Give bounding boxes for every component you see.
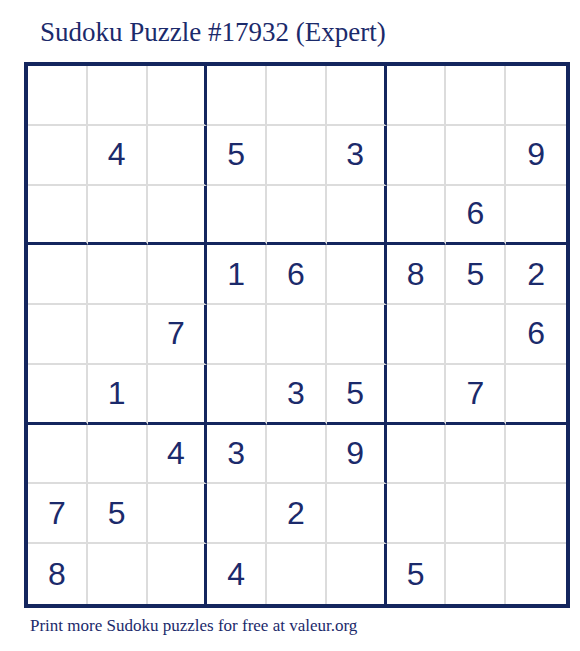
cell-r3c3[interactable]	[148, 186, 208, 246]
cell-r1c7[interactable]	[387, 66, 447, 126]
cell-r3c1[interactable]	[28, 186, 88, 246]
cell-r3c2[interactable]	[88, 186, 148, 246]
cell-r8c5[interactable]: 2	[267, 484, 327, 544]
cell-r1c5[interactable]	[267, 66, 327, 126]
cell-r5c5[interactable]	[267, 305, 327, 365]
cell-r5c2[interactable]	[88, 305, 148, 365]
cell-r1c4[interactable]	[207, 66, 267, 126]
cell-r7c8[interactable]	[446, 425, 506, 485]
cell-r5c8[interactable]	[446, 305, 506, 365]
cell-r4c1[interactable]	[28, 245, 88, 305]
cell-r8c7[interactable]	[387, 484, 447, 544]
cell-r8c8[interactable]	[446, 484, 506, 544]
cell-r2c7[interactable]	[387, 126, 447, 186]
cell-r7c6[interactable]: 9	[327, 425, 387, 485]
cell-r5c3[interactable]: 7	[148, 305, 208, 365]
cell-r6c8[interactable]: 7	[446, 365, 506, 425]
cell-r6c5[interactable]: 3	[267, 365, 327, 425]
cell-r7c5[interactable]	[267, 425, 327, 485]
cell-r8c9[interactable]	[506, 484, 566, 544]
cell-r4c5[interactable]: 6	[267, 245, 327, 305]
cell-r2c8[interactable]	[446, 126, 506, 186]
cell-r7c9[interactable]	[506, 425, 566, 485]
cell-r5c6[interactable]	[327, 305, 387, 365]
cell-r4c2[interactable]	[88, 245, 148, 305]
cell-r9c4[interactable]: 4	[207, 544, 267, 604]
page-title: Sudoku Puzzle #17932 (Expert)	[40, 14, 386, 50]
cell-r7c4[interactable]: 3	[207, 425, 267, 485]
sudoku-board: 4539616852761357439752845	[24, 62, 570, 608]
cell-r1c8[interactable]	[446, 66, 506, 126]
cell-r1c9[interactable]	[506, 66, 566, 126]
cell-r2c5[interactable]	[267, 126, 327, 186]
cell-r1c1[interactable]	[28, 66, 88, 126]
cell-r8c1[interactable]: 7	[28, 484, 88, 544]
cell-r9c6[interactable]	[327, 544, 387, 604]
cell-r6c4[interactable]	[207, 365, 267, 425]
cell-r1c6[interactable]	[327, 66, 387, 126]
cell-r9c2[interactable]	[88, 544, 148, 604]
cell-r3c8[interactable]: 6	[446, 186, 506, 246]
cell-r6c9[interactable]	[506, 365, 566, 425]
cell-r9c8[interactable]	[446, 544, 506, 604]
cell-r8c6[interactable]	[327, 484, 387, 544]
cell-r1c2[interactable]	[88, 66, 148, 126]
cell-r4c3[interactable]	[148, 245, 208, 305]
cell-r6c1[interactable]	[28, 365, 88, 425]
cell-r6c2[interactable]: 1	[88, 365, 148, 425]
cell-r3c7[interactable]	[387, 186, 447, 246]
cell-r2c4[interactable]: 5	[207, 126, 267, 186]
sudoku-page: Sudoku Puzzle #17932 (Expert) 4539616852…	[0, 0, 580, 651]
cell-r6c7[interactable]	[387, 365, 447, 425]
cell-r8c4[interactable]	[207, 484, 267, 544]
cell-r2c3[interactable]	[148, 126, 208, 186]
cell-r9c5[interactable]	[267, 544, 327, 604]
cell-r5c9[interactable]: 6	[506, 305, 566, 365]
cell-r9c1[interactable]: 8	[28, 544, 88, 604]
cell-r1c3[interactable]	[148, 66, 208, 126]
cell-r7c3[interactable]: 4	[148, 425, 208, 485]
cell-r8c3[interactable]	[148, 484, 208, 544]
cell-r2c9[interactable]: 9	[506, 126, 566, 186]
cell-r2c1[interactable]	[28, 126, 88, 186]
cell-r6c3[interactable]	[148, 365, 208, 425]
cell-r8c2[interactable]: 5	[88, 484, 148, 544]
cell-r3c6[interactable]	[327, 186, 387, 246]
cell-r4c9[interactable]: 2	[506, 245, 566, 305]
cell-r7c7[interactable]	[387, 425, 447, 485]
cell-r9c7[interactable]: 5	[387, 544, 447, 604]
cell-r4c7[interactable]: 8	[387, 245, 447, 305]
cell-r5c1[interactable]	[28, 305, 88, 365]
cell-r3c9[interactable]	[506, 186, 566, 246]
cell-r5c7[interactable]	[387, 305, 447, 365]
cell-r7c1[interactable]	[28, 425, 88, 485]
footer-note: Print more Sudoku puzzles for free at va…	[30, 615, 357, 637]
cell-r2c2[interactable]: 4	[88, 126, 148, 186]
cell-r3c4[interactable]	[207, 186, 267, 246]
cell-r5c4[interactable]	[207, 305, 267, 365]
cell-r7c2[interactable]	[88, 425, 148, 485]
cell-r9c9[interactable]	[506, 544, 566, 604]
cell-r9c3[interactable]	[148, 544, 208, 604]
cell-r4c8[interactable]: 5	[446, 245, 506, 305]
cell-r3c5[interactable]	[267, 186, 327, 246]
cell-r4c4[interactable]: 1	[207, 245, 267, 305]
cell-r2c6[interactable]: 3	[327, 126, 387, 186]
cell-r6c6[interactable]: 5	[327, 365, 387, 425]
cell-r4c6[interactable]	[327, 245, 387, 305]
